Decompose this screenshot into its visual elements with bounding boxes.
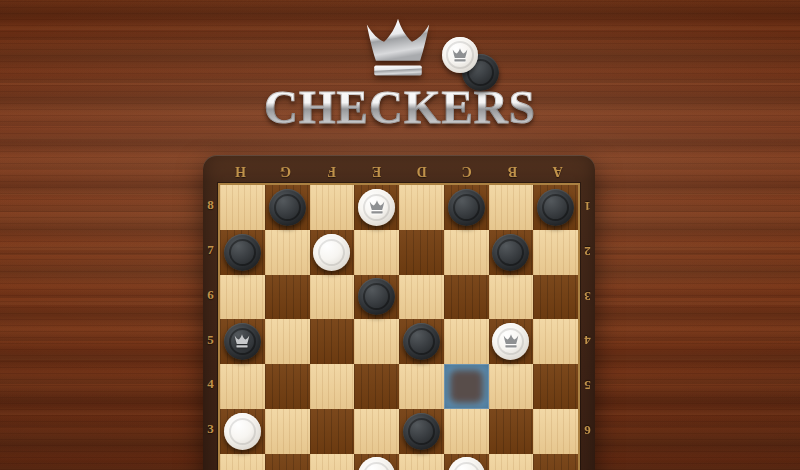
file-label-f: F	[309, 163, 354, 179]
rank-label-left-6: 6	[203, 273, 218, 318]
piece-white-man[interactable]	[358, 457, 395, 470]
square-r6-c8[interactable]	[533, 275, 578, 320]
piece-black-man[interactable]	[492, 234, 529, 271]
square-r3-c4[interactable]	[354, 409, 399, 454]
rank-label-left-7: 7	[203, 228, 218, 273]
piece-black-man[interactable]	[358, 278, 395, 315]
square-r3-c5[interactable]	[399, 409, 444, 454]
piece-black-king[interactable]	[224, 323, 261, 360]
square-r5-c6[interactable]	[444, 319, 489, 364]
square-r4-c7[interactable]	[489, 364, 534, 409]
square-r2-c3[interactable]	[310, 454, 355, 470]
file-label-g: G	[263, 163, 308, 179]
square-r2-c8[interactable]	[533, 454, 578, 470]
board-frame: HGFEDCBA 8765432 1234567	[203, 155, 595, 470]
piece-white-man[interactable]	[448, 457, 485, 470]
file-label-h: H	[218, 163, 263, 179]
square-r3-c8[interactable]	[533, 409, 578, 454]
crown-icon	[450, 48, 470, 63]
square-r8-c4[interactable]	[354, 185, 399, 230]
piece-white-king[interactable]	[492, 323, 529, 360]
file-label-b: B	[490, 163, 535, 179]
page-title: CHECKERS	[0, 80, 800, 134]
square-r5-c4[interactable]	[354, 319, 399, 364]
rank-label-right-2: 2	[580, 228, 595, 273]
decorative-white-king-piece	[442, 37, 478, 73]
square-r4-c5[interactable]	[399, 364, 444, 409]
square-r5-c5[interactable]	[399, 319, 444, 364]
square-r7-c4[interactable]	[354, 230, 399, 275]
square-r7-c5[interactable]	[399, 230, 444, 275]
rank-labels-left: 8765432	[203, 183, 218, 470]
square-r8-c2[interactable]	[265, 185, 310, 230]
crown-icon	[501, 334, 521, 349]
file-labels: HGFEDCBA	[218, 160, 580, 182]
square-r2-c6[interactable]	[444, 454, 489, 470]
square-r7-c6[interactable]	[444, 230, 489, 275]
square-r7-c1[interactable]	[220, 230, 265, 275]
square-r3-c2[interactable]	[265, 409, 310, 454]
square-r8-c1[interactable]	[220, 185, 265, 230]
rank-label-left-5: 5	[203, 317, 218, 362]
checkers-app: { "game": "checkers", "header": { "title…	[0, 0, 800, 470]
file-label-d: D	[399, 163, 444, 179]
rank-label-right-7: 7	[580, 452, 595, 470]
square-r6-c7[interactable]	[489, 275, 534, 320]
square-r5-c3[interactable]	[310, 319, 355, 364]
square-r8-c3[interactable]	[310, 185, 355, 230]
piece-black-man[interactable]	[537, 189, 574, 226]
file-label-e: E	[354, 163, 399, 179]
square-r6-c6[interactable]	[444, 275, 489, 320]
rank-labels-right: 1234567	[580, 183, 595, 470]
rank-label-left-8: 8	[203, 183, 218, 228]
file-label-c: C	[444, 163, 489, 179]
file-label-a: A	[535, 163, 580, 179]
crown-logo-icon	[357, 18, 439, 82]
square-r2-c7[interactable]	[489, 454, 534, 470]
rank-label-right-4: 4	[580, 317, 595, 362]
piece-white-man[interactable]	[313, 234, 350, 271]
square-r4-c2[interactable]	[265, 364, 310, 409]
square-r5-c1[interactable]	[220, 319, 265, 364]
rank-label-left-3: 3	[203, 407, 218, 452]
square-r2-c1[interactable]	[220, 454, 265, 470]
square-r4-c4[interactable]	[354, 364, 399, 409]
board	[218, 183, 580, 470]
square-r3-c3[interactable]	[310, 409, 355, 454]
square-r6-c2[interactable]	[265, 275, 310, 320]
rank-label-right-6: 6	[580, 407, 595, 452]
square-r4-c8[interactable]	[533, 364, 578, 409]
square-r3-c7[interactable]	[489, 409, 534, 454]
square-r4-c1[interactable]	[220, 364, 265, 409]
piece-black-man[interactable]	[269, 189, 306, 226]
square-r6-c3[interactable]	[310, 275, 355, 320]
square-r7-c8[interactable]	[533, 230, 578, 275]
square-r8-c7[interactable]	[489, 185, 534, 230]
piece-black-man[interactable]	[403, 323, 440, 360]
square-r6-c1[interactable]	[220, 275, 265, 320]
square-r2-c2[interactable]	[265, 454, 310, 470]
square-r7-c2[interactable]	[265, 230, 310, 275]
square-r8-c6[interactable]	[444, 185, 489, 230]
crown-icon	[232, 334, 252, 349]
square-r2-c5[interactable]	[399, 454, 444, 470]
piece-black-man[interactable]	[448, 189, 485, 226]
piece-white-king[interactable]	[358, 189, 395, 226]
rank-label-right-1: 1	[580, 183, 595, 228]
rank-label-right-3: 3	[580, 273, 595, 318]
square-r7-c3[interactable]	[310, 230, 355, 275]
square-r6-c4[interactable]	[354, 275, 399, 320]
rank-label-right-5: 5	[580, 362, 595, 407]
piece-black-man[interactable]	[224, 234, 261, 271]
square-r7-c7[interactable]	[489, 230, 534, 275]
piece-white-man[interactable]	[224, 413, 261, 450]
square-r4-c3[interactable]	[310, 364, 355, 409]
square-r5-c7[interactable]	[489, 319, 534, 364]
square-r3-c1[interactable]	[220, 409, 265, 454]
square-r6-c5[interactable]	[399, 275, 444, 320]
rank-label-left-2: 2	[203, 452, 218, 470]
rank-label-left-4: 4	[203, 362, 218, 407]
piece-black-man[interactable]	[403, 413, 440, 450]
square-r3-c6[interactable]	[444, 409, 489, 454]
highlighted-square-r4-c6[interactable]	[444, 364, 489, 409]
square-r8-c8[interactable]	[533, 185, 578, 230]
square-r5-c2[interactable]	[265, 319, 310, 364]
square-r5-c8[interactable]	[533, 319, 578, 364]
square-r2-c4[interactable]	[354, 454, 399, 470]
ghost-piece	[450, 370, 483, 403]
crown-icon	[367, 200, 387, 215]
square-r8-c5[interactable]	[399, 185, 444, 230]
